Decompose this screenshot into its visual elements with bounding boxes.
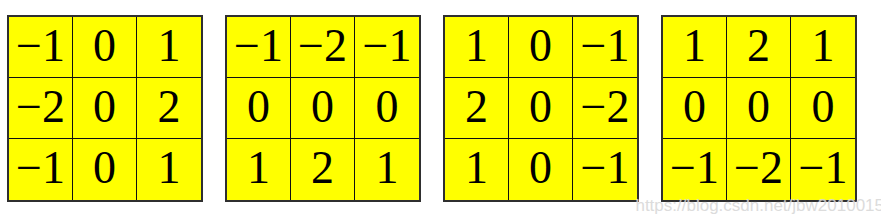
grid-cell: −2: [291, 17, 355, 78]
grid-cell: −1: [573, 17, 637, 78]
grid-cell: 0: [355, 78, 419, 139]
grid-cell: 0: [509, 139, 573, 200]
grid-cell: −1: [355, 17, 419, 78]
grid-cell: 0: [509, 78, 573, 139]
grid-cell: 1: [137, 139, 201, 200]
kernel-grid-2: −1 −2 −1 0 0 0 1 2 1: [225, 15, 421, 202]
grid-cell: 0: [291, 78, 355, 139]
grid-cell: 2: [445, 78, 509, 139]
grid-cell: 0: [73, 17, 137, 78]
kernel-grid-1: −1 0 1 −2 0 2 −1 0 1: [7, 15, 203, 202]
grid-cell: 1: [137, 17, 201, 78]
grid-cell: 2: [727, 17, 791, 78]
grid-cell: 1: [663, 17, 727, 78]
kernel-grid-4: 1 2 1 0 0 0 −1 −2 −1: [661, 15, 857, 202]
grid-cell: −1: [227, 17, 291, 78]
grid-cell: −1: [791, 139, 855, 200]
grid-cell: 0: [663, 78, 727, 139]
grid-cell: 2: [137, 78, 201, 139]
kernel-grid-3: 1 0 −1 2 0 −2 1 0 −1: [443, 15, 639, 202]
grid-cell: −2: [573, 78, 637, 139]
grid-cell: 0: [227, 78, 291, 139]
grid-cell: −1: [573, 139, 637, 200]
grids-row: −1 0 1 −2 0 2 −1 0 1 −1 −2 −1 0 0 0 1 2 …: [7, 15, 857, 202]
grid-cell: 1: [355, 139, 419, 200]
grid-cell: 0: [509, 17, 573, 78]
grid-cell: 1: [227, 139, 291, 200]
grid-cell: −2: [9, 78, 73, 139]
grid-cell: −1: [663, 139, 727, 200]
grid-cell: 1: [445, 139, 509, 200]
grid-cell: −1: [9, 139, 73, 200]
grid-cell: −2: [727, 139, 791, 200]
grid-cell: 2: [291, 139, 355, 200]
grid-cell: 0: [791, 78, 855, 139]
grid-cell: 1: [791, 17, 855, 78]
csdn-watermark: https://blog.csdn.net/jbw2010015: [635, 196, 881, 216]
grid-cell: 0: [73, 139, 137, 200]
kernel-diagram: −1 0 1 −2 0 2 −1 0 1 −1 −2 −1 0 0 0 1 2 …: [0, 0, 881, 218]
grid-cell: −1: [9, 17, 73, 78]
grid-cell: 0: [73, 78, 137, 139]
grid-cell: 0: [727, 78, 791, 139]
grid-cell: 1: [445, 17, 509, 78]
